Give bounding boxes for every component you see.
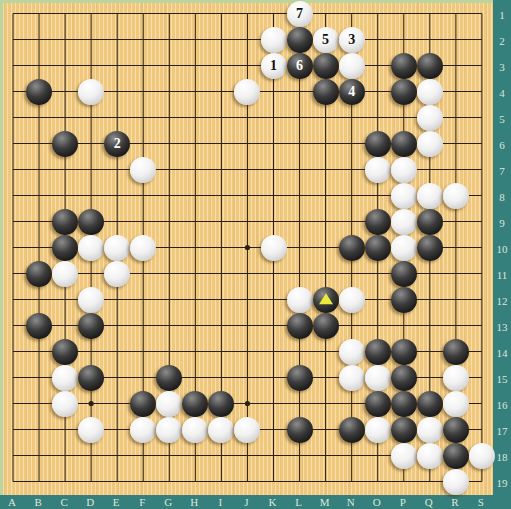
stone-black-Q3 — [417, 53, 443, 79]
row-label-3: 3 — [499, 61, 505, 72]
move-number-label: 4 — [348, 85, 355, 99]
stone-black-R14 — [443, 339, 469, 365]
row-label-17: 17 — [497, 425, 508, 436]
stone-white-N2: 3 — [339, 27, 365, 53]
stone-black-B13 — [26, 313, 52, 339]
stone-black-C10 — [52, 235, 78, 261]
move-number-label: 7 — [296, 7, 303, 21]
stone-white-Q5 — [417, 105, 443, 131]
stone-black-L15 — [287, 365, 313, 391]
stone-black-L3: 6 — [287, 53, 313, 79]
stone-white-G17 — [156, 417, 182, 443]
stone-white-J4 — [234, 79, 260, 105]
stone-black-P12 — [391, 287, 417, 313]
stone-white-C15 — [52, 365, 78, 391]
row-label-18: 18 — [497, 451, 508, 462]
stone-black-D15 — [78, 365, 104, 391]
triangle-mark-icon — [319, 293, 333, 304]
stone-white-R19 — [443, 469, 469, 495]
stone-black-P16 — [391, 391, 417, 417]
stone-white-Q18 — [417, 443, 443, 469]
stone-black-D9 — [78, 209, 104, 235]
stone-black-Q16 — [417, 391, 443, 417]
col-label-I: I — [219, 497, 223, 508]
stone-white-N12 — [339, 287, 365, 313]
stone-black-C6 — [52, 131, 78, 157]
stone-black-P17 — [391, 417, 417, 443]
row-label-12: 12 — [497, 295, 508, 306]
stone-white-S18 — [469, 443, 495, 469]
stone-white-P8 — [391, 183, 417, 209]
stone-white-D10 — [78, 235, 104, 261]
stone-white-D4 — [78, 79, 104, 105]
stone-white-E10 — [104, 235, 130, 261]
stone-white-L1: 7 — [287, 1, 313, 27]
row-label-11: 11 — [497, 269, 508, 280]
stone-black-I16 — [208, 391, 234, 417]
stone-white-P9 — [391, 209, 417, 235]
stone-black-P11 — [391, 261, 417, 287]
row-label-15: 15 — [497, 373, 508, 384]
stone-white-P10 — [391, 235, 417, 261]
col-label-J: J — [244, 497, 248, 508]
stone-black-L13 — [287, 313, 313, 339]
col-label-G: G — [164, 497, 172, 508]
stone-white-O15 — [365, 365, 391, 391]
col-label-R: R — [451, 497, 458, 508]
row-label-4: 4 — [499, 87, 505, 98]
row-label-7: 7 — [499, 165, 505, 176]
stone-black-P3 — [391, 53, 417, 79]
stone-white-G16 — [156, 391, 182, 417]
row-label-5: 5 — [499, 113, 505, 124]
col-label-L: L — [295, 497, 302, 508]
stone-white-R8 — [443, 183, 469, 209]
col-label-E: E — [113, 497, 120, 508]
stone-white-R15 — [443, 365, 469, 391]
stone-white-R16 — [443, 391, 469, 417]
stone-black-P4 — [391, 79, 417, 105]
stone-white-O7 — [365, 157, 391, 183]
stone-white-D12 — [78, 287, 104, 313]
col-label-O: O — [373, 497, 381, 508]
stone-black-M13 — [313, 313, 339, 339]
stone-black-N17 — [339, 417, 365, 443]
col-label-H: H — [190, 497, 198, 508]
stone-white-K2 — [261, 27, 287, 53]
col-label-D: D — [86, 497, 94, 508]
go-board-app: 7531642 ABCDEFGHIJKLMNOPQRS 123456789101… — [0, 0, 511, 509]
stone-white-K3: 1 — [261, 53, 287, 79]
row-label-2: 2 — [499, 35, 505, 46]
stone-white-Q4 — [417, 79, 443, 105]
col-label-C: C — [60, 497, 67, 508]
stone-black-C14 — [52, 339, 78, 365]
stone-black-O16 — [365, 391, 391, 417]
stone-black-D13 — [78, 313, 104, 339]
row-label-8: 8 — [499, 191, 505, 202]
stone-black-M4 — [313, 79, 339, 105]
col-label-P: P — [400, 497, 406, 508]
row-label-9: 9 — [499, 217, 505, 228]
stone-black-L17 — [287, 417, 313, 443]
stone-white-K10 — [261, 235, 287, 261]
stone-white-J17 — [234, 417, 260, 443]
stone-black-R17 — [443, 417, 469, 443]
stone-black-P15 — [391, 365, 417, 391]
stone-black-N4: 4 — [339, 79, 365, 105]
move-number-label: 2 — [114, 137, 121, 151]
stone-white-N14 — [339, 339, 365, 365]
stone-white-D17 — [78, 417, 104, 443]
col-label-M: M — [320, 497, 330, 508]
stone-black-O9 — [365, 209, 391, 235]
stone-white-Q6 — [417, 131, 443, 157]
stone-black-B11 — [26, 261, 52, 287]
stone-black-O14 — [365, 339, 391, 365]
stone-black-F16 — [130, 391, 156, 417]
stone-black-C9 — [52, 209, 78, 235]
col-label-K: K — [269, 497, 277, 508]
stone-white-H17 — [182, 417, 208, 443]
stone-white-N3 — [339, 53, 365, 79]
col-label-Q: Q — [425, 497, 433, 508]
stone-white-M2: 5 — [313, 27, 339, 53]
col-label-N: N — [347, 497, 355, 508]
stone-black-G15 — [156, 365, 182, 391]
stone-black-E6: 2 — [104, 131, 130, 157]
stone-white-O17 — [365, 417, 391, 443]
stone-white-F17 — [130, 417, 156, 443]
stone-white-L12 — [287, 287, 313, 313]
row-label-13: 13 — [497, 321, 508, 332]
col-label-F: F — [139, 497, 145, 508]
move-number-label: 6 — [296, 59, 303, 73]
row-label-16: 16 — [497, 399, 508, 410]
stone-black-Q9 — [417, 209, 443, 235]
col-label-S: S — [478, 497, 484, 508]
stone-white-F10 — [130, 235, 156, 261]
stone-white-C11 — [52, 261, 78, 287]
stone-black-H16 — [182, 391, 208, 417]
stone-white-F7 — [130, 157, 156, 183]
stone-black-N10 — [339, 235, 365, 261]
row-label-6: 6 — [499, 139, 505, 150]
stone-black-B4 — [26, 79, 52, 105]
stone-black-M12 — [313, 287, 339, 313]
stone-white-E11 — [104, 261, 130, 287]
stone-black-M3 — [313, 53, 339, 79]
stone-black-L2 — [287, 27, 313, 53]
row-label-14: 14 — [497, 347, 508, 358]
stone-white-C16 — [52, 391, 78, 417]
stone-white-P18 — [391, 443, 417, 469]
move-number-label: 1 — [270, 59, 277, 73]
stone-white-N15 — [339, 365, 365, 391]
stone-black-P14 — [391, 339, 417, 365]
stone-black-O6 — [365, 131, 391, 157]
stone-white-Q17 — [417, 417, 443, 443]
row-label-1: 1 — [499, 9, 505, 20]
stone-black-R18 — [443, 443, 469, 469]
stone-white-P7 — [391, 157, 417, 183]
move-number-label: 3 — [348, 33, 355, 47]
stone-white-I17 — [208, 417, 234, 443]
stone-black-P6 — [391, 131, 417, 157]
col-label-A: A — [8, 497, 16, 508]
row-label-19: 19 — [497, 477, 508, 488]
move-number-label: 5 — [322, 33, 329, 47]
row-label-10: 10 — [497, 243, 508, 254]
stone-black-O10 — [365, 235, 391, 261]
col-label-B: B — [34, 497, 41, 508]
stone-black-Q10 — [417, 235, 443, 261]
stone-white-Q8 — [417, 183, 443, 209]
